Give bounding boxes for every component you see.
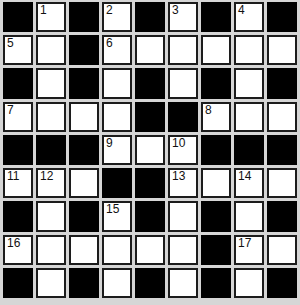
black-cell-r3c1 — [3, 68, 33, 98]
cell-r2c4[interactable]: 6 — [102, 35, 132, 65]
cell-r2c1[interactable]: 5 — [3, 35, 33, 65]
black-cell-r9c3 — [69, 268, 99, 298]
black-cell-r3c5 — [135, 68, 165, 98]
cell-r8c3[interactable] — [69, 235, 99, 265]
clue-number-13: 13 — [172, 170, 185, 183]
cell-r8c4[interactable] — [102, 235, 132, 265]
black-cell-r5c1 — [3, 135, 33, 165]
black-cell-r4c5 — [135, 102, 165, 132]
black-cell-r7c7 — [201, 201, 231, 231]
black-cell-r7c5 — [135, 201, 165, 231]
cell-r8c9[interactable] — [267, 235, 297, 265]
black-cell-r9c5 — [135, 268, 165, 298]
clue-number-16: 16 — [7, 237, 20, 250]
cell-r1c8[interactable]: 4 — [234, 2, 264, 32]
clue-number-6: 6 — [106, 37, 113, 50]
black-cell-r9c9 — [267, 268, 297, 298]
black-cell-r3c9 — [267, 68, 297, 98]
black-cell-r1c3 — [69, 2, 99, 32]
clue-number-2: 2 — [106, 4, 113, 17]
black-cell-r5c7 — [201, 135, 231, 165]
clue-number-8: 8 — [205, 104, 212, 117]
black-cell-r7c3 — [69, 201, 99, 231]
black-cell-r7c1 — [3, 201, 33, 231]
cell-r3c2[interactable] — [36, 68, 66, 98]
black-cell-r4c6 — [168, 102, 198, 132]
clue-number-15: 15 — [106, 203, 119, 216]
cell-r9c4[interactable] — [102, 268, 132, 298]
cell-r8c5[interactable] — [135, 235, 165, 265]
clue-number-9: 9 — [106, 137, 113, 150]
black-cell-r5c8 — [234, 135, 264, 165]
clue-number-1: 1 — [40, 4, 47, 17]
cell-r8c1[interactable]: 16 — [3, 235, 33, 265]
cell-r2c9[interactable] — [267, 35, 297, 65]
black-cell-r5c3 — [69, 135, 99, 165]
cell-r4c3[interactable] — [69, 102, 99, 132]
cell-r6c1[interactable]: 11 — [3, 168, 33, 198]
cell-r2c6[interactable] — [168, 35, 198, 65]
cell-r8c2[interactable] — [36, 235, 66, 265]
clue-number-5: 5 — [7, 37, 14, 50]
cell-r4c9[interactable] — [267, 102, 297, 132]
cell-r1c2[interactable]: 1 — [36, 2, 66, 32]
black-cell-r1c7 — [201, 2, 231, 32]
cell-r7c4[interactable]: 15 — [102, 201, 132, 231]
cell-r5c4[interactable]: 9 — [102, 135, 132, 165]
cell-r7c8[interactable] — [234, 201, 264, 231]
crossword-grid: 1234567891011121314151617 — [3, 2, 297, 298]
cell-r2c2[interactable] — [36, 35, 66, 65]
black-cell-r6c4 — [102, 168, 132, 198]
cell-r8c8[interactable]: 17 — [234, 235, 264, 265]
cell-r4c4[interactable] — [102, 102, 132, 132]
black-cell-r9c1 — [3, 268, 33, 298]
black-cell-r1c1 — [3, 2, 33, 32]
cell-r9c8[interactable] — [234, 268, 264, 298]
black-cell-r7c9 — [267, 201, 297, 231]
cell-r7c6[interactable] — [168, 201, 198, 231]
cell-r6c9[interactable] — [267, 168, 297, 198]
clue-number-10: 10 — [172, 137, 185, 150]
black-cell-r2c3 — [69, 35, 99, 65]
cell-r5c5[interactable] — [135, 135, 165, 165]
cell-r7c2[interactable] — [36, 201, 66, 231]
cell-r4c1[interactable]: 7 — [3, 102, 33, 132]
crossword-puzzle: 1234567891011121314151617 — [0, 0, 300, 305]
cell-r1c6[interactable]: 3 — [168, 2, 198, 32]
cell-r6c6[interactable]: 13 — [168, 168, 198, 198]
black-cell-r9c7 — [201, 268, 231, 298]
cell-r2c5[interactable] — [135, 35, 165, 65]
black-cell-r1c5 — [135, 2, 165, 32]
cell-r2c7[interactable] — [201, 35, 231, 65]
cell-r3c6[interactable] — [168, 68, 198, 98]
clue-number-7: 7 — [7, 104, 14, 117]
clue-number-14: 14 — [238, 170, 251, 183]
cell-r9c2[interactable] — [36, 268, 66, 298]
clue-number-4: 4 — [238, 4, 245, 17]
cell-r3c8[interactable] — [234, 68, 264, 98]
cell-r3c4[interactable] — [102, 68, 132, 98]
clue-number-12: 12 — [40, 170, 53, 183]
black-cell-r3c7 — [201, 68, 231, 98]
cell-r6c2[interactable]: 12 — [36, 168, 66, 198]
black-cell-r3c3 — [69, 68, 99, 98]
cell-r6c8[interactable]: 14 — [234, 168, 264, 198]
black-cell-r5c2 — [36, 135, 66, 165]
clue-number-17: 17 — [238, 237, 251, 250]
cell-r4c8[interactable] — [234, 102, 264, 132]
cell-r6c3[interactable] — [69, 168, 99, 198]
black-cell-r6c5 — [135, 168, 165, 198]
cell-r8c6[interactable] — [168, 235, 198, 265]
cell-r9c6[interactable] — [168, 268, 198, 298]
cell-r4c2[interactable] — [36, 102, 66, 132]
cell-r2c8[interactable] — [234, 35, 264, 65]
cell-r4c7[interactable]: 8 — [201, 102, 231, 132]
cell-r5c6[interactable]: 10 — [168, 135, 198, 165]
cell-r6c7[interactable] — [201, 168, 231, 198]
clue-number-3: 3 — [172, 4, 179, 17]
clue-number-11: 11 — [7, 170, 19, 183]
black-cell-r5c9 — [267, 135, 297, 165]
black-cell-r8c7 — [201, 235, 231, 265]
cell-r1c4[interactable]: 2 — [102, 2, 132, 32]
black-cell-r1c9 — [267, 2, 297, 32]
